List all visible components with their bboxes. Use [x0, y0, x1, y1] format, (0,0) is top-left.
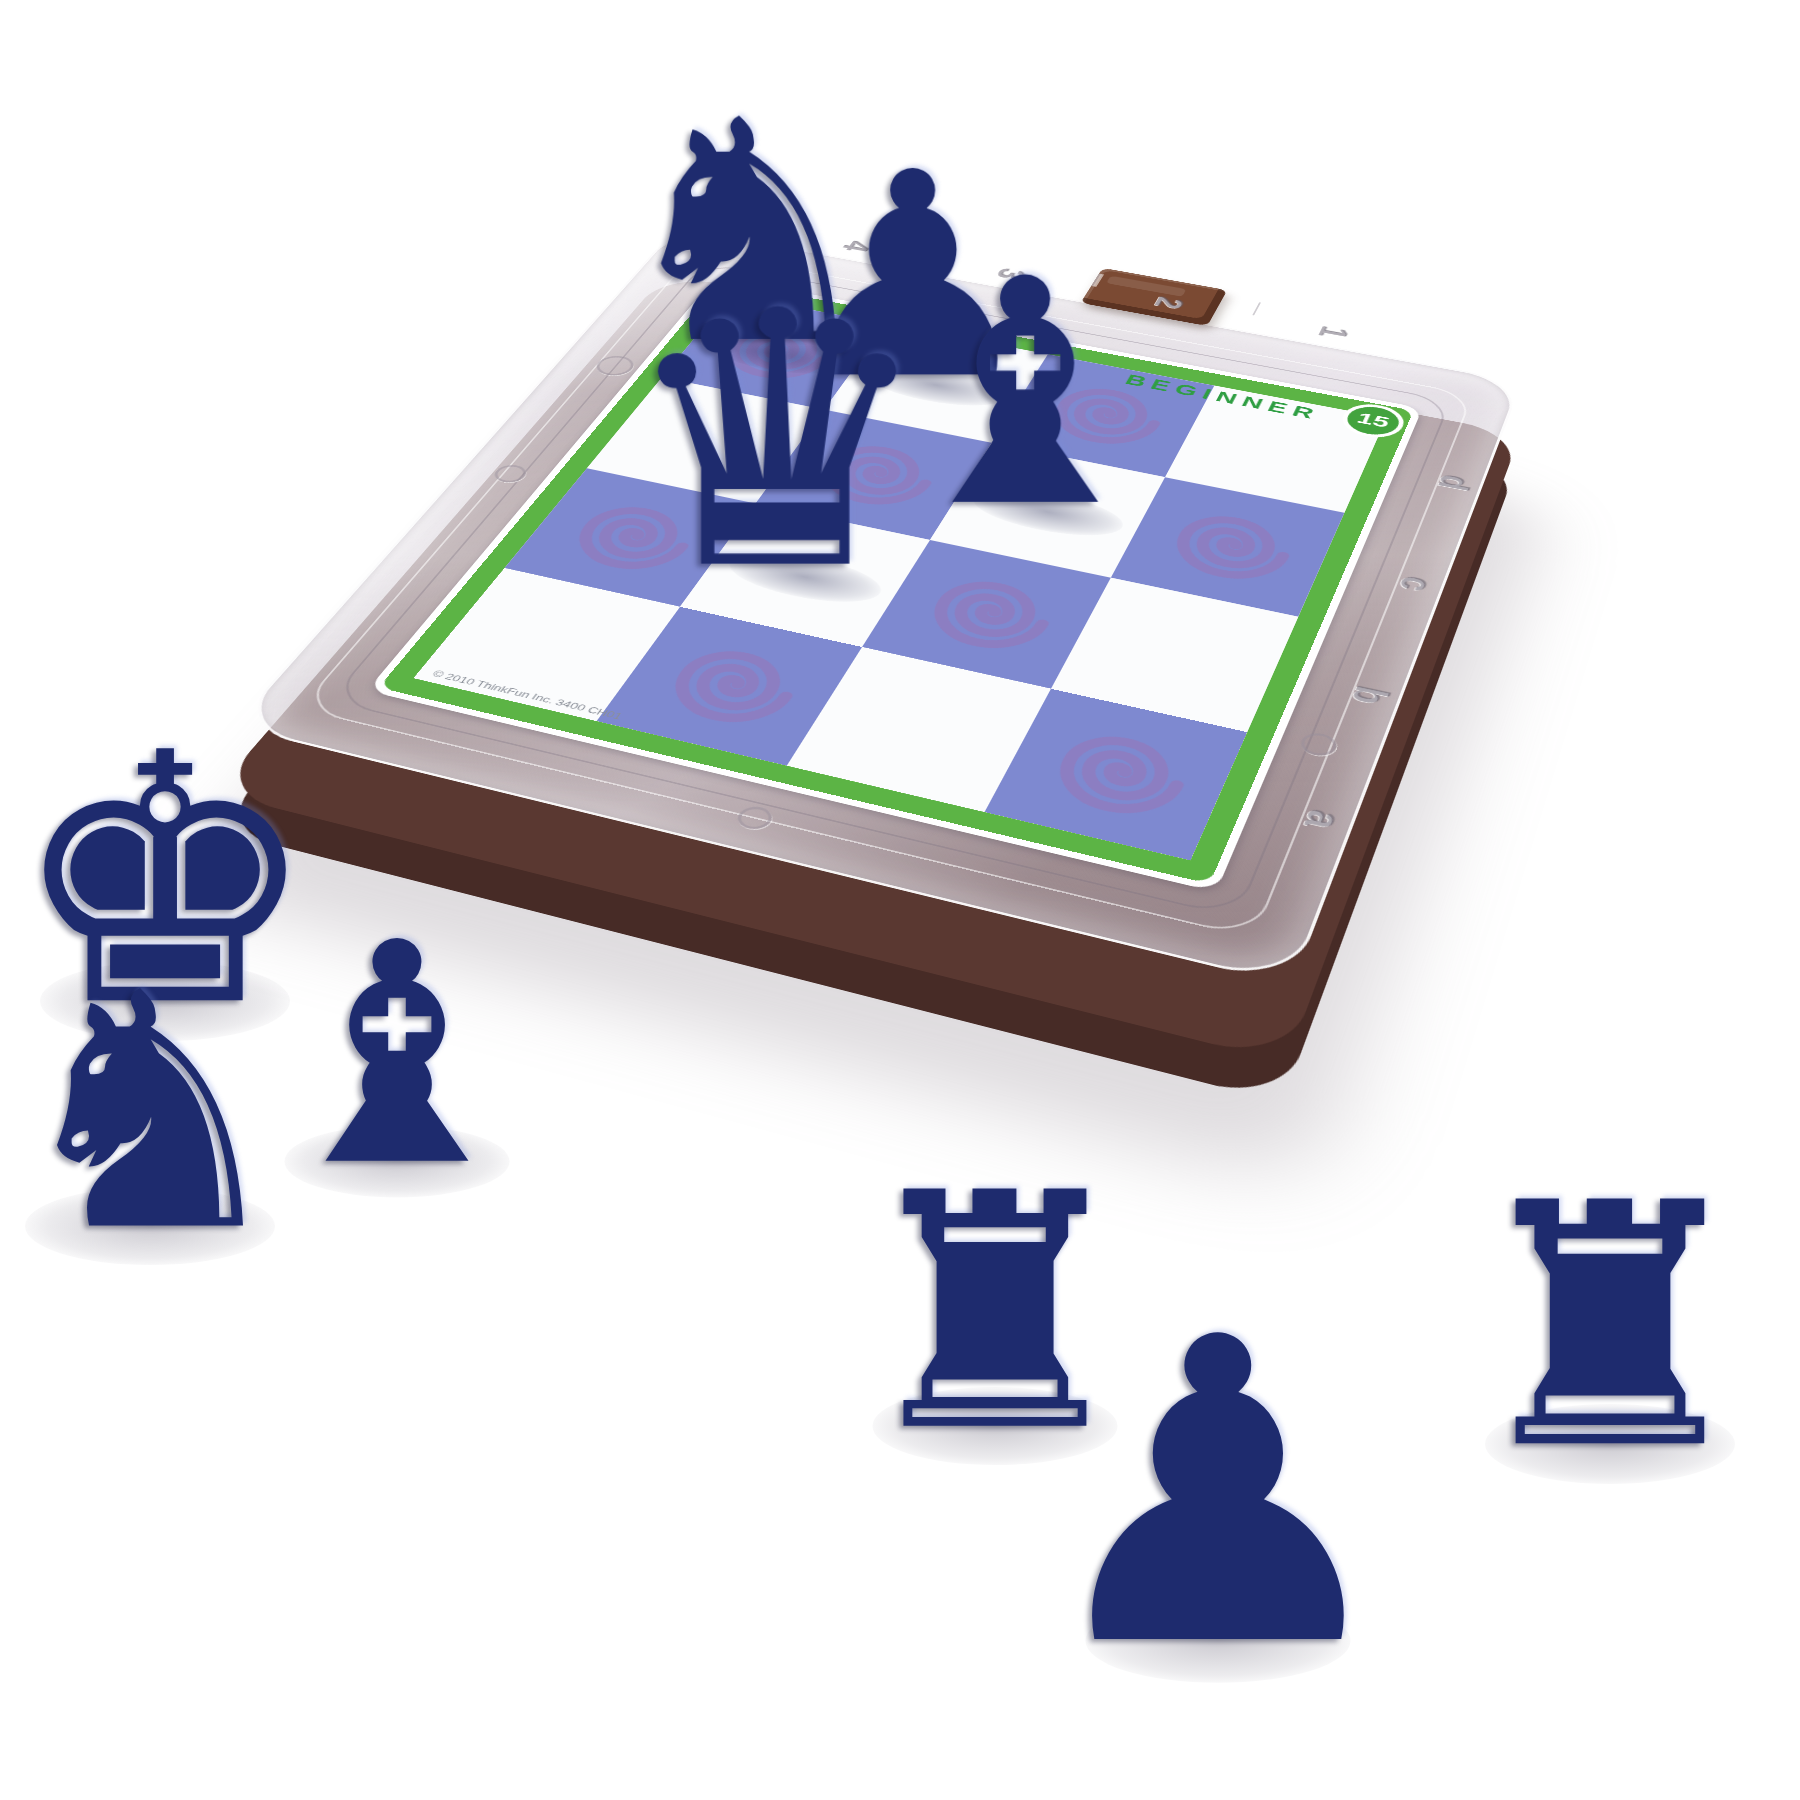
bishop-glyph: ♝	[260, 903, 533, 1208]
spiral-icon	[1004, 700, 1230, 847]
pawn-glyph: ♟	[1030, 1284, 1407, 1704]
queen-glyph: ♛	[619, 265, 935, 618]
rook-glyph: ♜	[1460, 1160, 1760, 1495]
rim-rib	[1252, 302, 1264, 316]
knight-glyph: ♞	[4, 951, 295, 1276]
game-tray: ♞♟♝♛ BEGINNER 15 © 2010 ThinkFun Inc. 34…	[232, 227, 1522, 985]
photo-scene: ♞♟♝♛ BEGINNER 15 © 2010 ThinkFun Inc. 34…	[0, 0, 1800, 1800]
rim-label-1: 1	[1309, 324, 1356, 342]
